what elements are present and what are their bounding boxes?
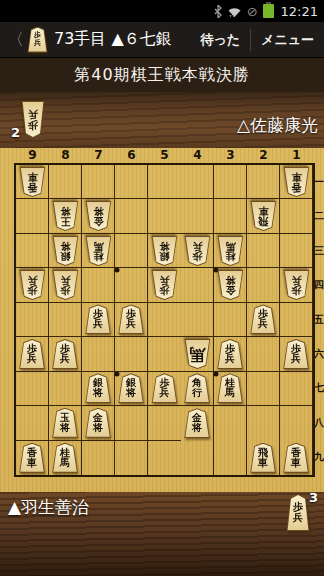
- cell-1-6[interactable]: 歩兵: [280, 337, 313, 371]
- shogi-board-panel: 987654321 一二三四五六七八九 香車香車王将金将飛車銀将桂馬銀将歩兵桂馬…: [0, 148, 324, 492]
- piece-kanji: 香: [291, 182, 301, 192]
- piece-kanji: 兵: [28, 109, 38, 119]
- cell-5-5[interactable]: [148, 303, 181, 337]
- piece-kanji: 兵: [60, 275, 70, 285]
- cell-6-3[interactable]: [115, 234, 148, 268]
- cell-4-4[interactable]: [181, 268, 214, 302]
- cell-6-2[interactable]: [115, 199, 148, 233]
- rank-label-6: 六: [314, 337, 324, 371]
- shogi-piece-sente-香[interactable]: 香車: [19, 443, 46, 473]
- cell-3-1[interactable]: [214, 165, 247, 199]
- cell-2-6[interactable]: [247, 337, 280, 371]
- piece-kanji: 馬: [93, 240, 103, 250]
- cell-2-4[interactable]: [247, 268, 280, 302]
- piece-kanji: 車: [291, 458, 301, 468]
- cell-9-7[interactable]: [16, 372, 49, 406]
- piece-kanji: 兵: [93, 319, 103, 329]
- cell-5-9[interactable]: [148, 441, 181, 475]
- cell-9-2[interactable]: [16, 199, 49, 233]
- sente-area: ▲羽生善治 歩兵 3: [0, 492, 324, 576]
- piece-kanji: 香: [27, 182, 37, 192]
- cell-8-5[interactable]: [49, 303, 82, 337]
- rank-label-4: 四: [314, 268, 324, 302]
- file-label-1: 1: [280, 148, 313, 163]
- piece-kanji: 将: [192, 423, 202, 433]
- cell-7-8[interactable]: 金将: [82, 406, 115, 440]
- piece-kanji: 王: [60, 216, 70, 226]
- shogi-piece-sente-銀[interactable]: 銀将: [118, 373, 145, 403]
- shogi-piece-gote-香[interactable]: 香車: [283, 167, 310, 197]
- move-indicator: 73手目 ▲６七銀: [54, 29, 190, 50]
- rank-label-1: 一: [314, 165, 324, 199]
- cell-1-9[interactable]: 香車: [280, 441, 313, 475]
- cell-4-5[interactable]: [181, 303, 214, 337]
- cell-1-4[interactable]: 歩兵: [280, 268, 313, 302]
- shogi-piece-sente-香[interactable]: 香車: [283, 443, 310, 473]
- cell-8-4[interactable]: 歩兵: [49, 268, 82, 302]
- file-label-7: 7: [82, 148, 115, 163]
- piece-kanji: 馬: [225, 240, 235, 250]
- cell-7-9[interactable]: [82, 441, 115, 475]
- cell-8-6[interactable]: 歩兵: [49, 337, 82, 371]
- shogi-piece-sente-角[interactable]: 角行: [184, 373, 211, 403]
- shogi-piece-gote-金[interactable]: 金将: [217, 270, 244, 300]
- piece-kanji: 将: [225, 275, 235, 285]
- shogi-piece-sente-歩[interactable]: 歩兵: [286, 494, 310, 531]
- piece-kanji: 馬: [225, 388, 235, 398]
- cell-7-5[interactable]: 歩兵: [82, 303, 115, 337]
- piece-kanji: 歩: [28, 120, 38, 130]
- cell-2-2[interactable]: 飛車: [247, 199, 280, 233]
- cell-6-9[interactable]: [115, 441, 148, 475]
- cell-9-1[interactable]: 香車: [16, 165, 49, 199]
- piece-kanji: 歩: [291, 285, 301, 295]
- shogi-piece-gote-歩[interactable]: 歩兵: [283, 270, 310, 300]
- rank-coordinates: 一二三四五六七八九: [314, 165, 324, 475]
- cell-6-5[interactable]: 歩兵: [115, 303, 148, 337]
- piece-kanji: 歩: [27, 285, 37, 295]
- file-label-2: 2: [247, 148, 280, 163]
- cell-5-2[interactable]: [148, 199, 181, 233]
- sente-hand[interactable]: 歩兵 3: [286, 494, 310, 531]
- cell-1-5[interactable]: [280, 303, 313, 337]
- piece-kanji: 車: [27, 172, 37, 182]
- status-bar: ⊘ 12:21: [0, 0, 324, 22]
- cell-5-1[interactable]: [148, 165, 181, 199]
- rank-label-7: 七: [314, 371, 324, 405]
- shogi-piece-gote-桂[interactable]: 桂馬: [217, 236, 244, 266]
- battery-icon: [263, 4, 274, 18]
- shogi-piece-gote-香[interactable]: 香車: [19, 167, 46, 197]
- piece-kanji: 兵: [27, 275, 37, 285]
- cell-3-8[interactable]: [214, 406, 247, 440]
- shogi-piece-gote-歩[interactable]: 歩兵: [151, 270, 178, 300]
- piece-kanji: 将: [60, 240, 70, 250]
- piece-kanji: 車: [291, 172, 301, 182]
- cell-4-3[interactable]: 歩兵: [181, 234, 214, 268]
- file-label-4: 4: [181, 148, 214, 163]
- cell-7-2[interactable]: 金将: [82, 199, 115, 233]
- shogi-piece-sente-金[interactable]: 金将: [85, 408, 112, 438]
- cell-3-3[interactable]: 桂馬: [214, 234, 247, 268]
- piece-kanji: 銀: [160, 251, 170, 261]
- cell-3-9[interactable]: [214, 441, 247, 475]
- shogi-piece-gote-銀[interactable]: 銀将: [151, 236, 178, 266]
- cell-2-5[interactable]: 歩兵: [247, 303, 280, 337]
- file-label-6: 6: [115, 148, 148, 163]
- cell-1-7[interactable]: [280, 372, 313, 406]
- piece-kanji: 兵: [291, 275, 301, 285]
- shogi-piece-gote-馬[interactable]: 馬: [184, 339, 211, 369]
- bluetooth-icon: [214, 5, 222, 18]
- piece-kanji: 歩: [160, 285, 170, 295]
- shogi-piece-sente-歩[interactable]: 歩兵: [52, 339, 79, 369]
- rank-label-3: 三: [314, 234, 324, 268]
- piece-kanji: 将: [160, 240, 170, 250]
- piece-kanji: 兵: [225, 354, 235, 364]
- piece-kanji: 兵: [192, 240, 202, 250]
- piece-kanji: 銀: [60, 251, 70, 261]
- rank-label-2: 二: [314, 199, 324, 233]
- cell-6-6[interactable]: [115, 337, 148, 371]
- gote-area: 歩兵 2 △佐藤康光: [0, 92, 324, 148]
- piece-kanji: 行: [192, 388, 202, 398]
- file-label-5: 5: [148, 148, 181, 163]
- piece-kanji: 兵: [27, 354, 37, 364]
- cell-9-5[interactable]: [16, 303, 49, 337]
- cell-9-9[interactable]: 香車: [16, 441, 49, 475]
- piece-kanji: 将: [93, 423, 103, 433]
- undo-button[interactable]: 待った: [190, 31, 250, 49]
- piece-kanji: 歩: [293, 502, 303, 512]
- cell-8-2[interactable]: 王将: [49, 199, 82, 233]
- cell-8-9[interactable]: 桂馬: [49, 441, 82, 475]
- piece-kanji: 将: [60, 206, 70, 216]
- back-button[interactable]: 〈: [4, 28, 27, 51]
- shogi-piece-gote-桂[interactable]: 桂馬: [85, 236, 112, 266]
- cell-2-8[interactable]: [247, 406, 280, 440]
- piece-kanji: 将: [93, 388, 103, 398]
- shogi-piece-sente-歩[interactable]: 歩兵: [85, 304, 112, 334]
- shogi-piece-sente-歩[interactable]: 歩兵: [250, 304, 277, 334]
- cell-9-8[interactable]: [16, 406, 49, 440]
- piece-kanji: 桂: [225, 251, 235, 261]
- gote-hand-count: 2: [11, 125, 20, 140]
- cell-4-8[interactable]: 金将: [181, 406, 214, 440]
- cell-3-7[interactable]: 桂馬: [214, 372, 247, 406]
- shogi-piece-gote-歩[interactable]: 歩兵: [184, 236, 211, 266]
- cell-7-1[interactable]: [82, 165, 115, 199]
- cell-2-3[interactable]: [247, 234, 280, 268]
- tournament-title: 第40期棋王戦本戦決勝: [74, 65, 249, 86]
- shogi-piece-sente-玉[interactable]: 玉将: [52, 408, 79, 438]
- rank-label-5: 五: [314, 303, 324, 337]
- cell-5-7[interactable]: 歩兵: [148, 372, 181, 406]
- cell-5-4[interactable]: 歩兵: [148, 268, 181, 302]
- cell-4-1[interactable]: [181, 165, 214, 199]
- cell-9-6[interactable]: 歩兵: [16, 337, 49, 371]
- piece-kanji: 馬: [60, 458, 70, 468]
- gote-player-name: △佐藤康光: [237, 114, 318, 137]
- cell-8-3[interactable]: 銀将: [49, 234, 82, 268]
- app-header: 〈 歩兵 73手目 ▲６七銀 待った メニュー: [0, 22, 324, 58]
- gote-hand[interactable]: 歩兵 2: [21, 101, 45, 138]
- menu-button[interactable]: メニュー: [251, 31, 324, 49]
- no-signal-icon: ⊘: [247, 5, 258, 18]
- piece-kanji: 将: [126, 388, 136, 398]
- cell-6-7[interactable]: 銀将: [115, 372, 148, 406]
- shogi-piece-gote-銀[interactable]: 銀将: [52, 236, 79, 266]
- cell-4-7[interactable]: 角行: [181, 372, 214, 406]
- piece-kanji: 兵: [34, 40, 41, 47]
- pawn-piece-icon: 歩兵: [27, 27, 48, 53]
- cell-5-3[interactable]: 銀将: [148, 234, 181, 268]
- shogi-piece-sente-歩[interactable]: 歩兵: [19, 339, 46, 369]
- shogi-piece-gote-歩[interactable]: 歩兵: [52, 270, 79, 300]
- wifi-icon: [227, 5, 242, 18]
- piece-kanji: 兵: [60, 354, 70, 364]
- cell-1-8[interactable]: [280, 406, 313, 440]
- file-label-9: 9: [16, 148, 49, 163]
- piece-kanji: 飛: [258, 216, 268, 226]
- shogi-piece-gote-歩[interactable]: 歩兵: [21, 101, 45, 138]
- shogi-piece-gote-飛[interactable]: 飛車: [250, 201, 277, 231]
- shogi-piece-sente-飛[interactable]: 飛車: [250, 443, 277, 473]
- cell-7-6[interactable]: [82, 337, 115, 371]
- piece-kanji: 馬: [189, 346, 205, 362]
- cell-7-7[interactable]: 銀将: [82, 372, 115, 406]
- cell-5-6[interactable]: [148, 337, 181, 371]
- file-coordinates: 987654321: [16, 148, 313, 163]
- cell-7-4[interactable]: [82, 268, 115, 302]
- piece-kanji: 兵: [126, 319, 136, 329]
- piece-kanji: 金: [225, 285, 235, 295]
- piece-kanji: 歩: [192, 251, 202, 261]
- shogi-piece-gote-金[interactable]: 金将: [85, 201, 112, 231]
- file-label-8: 8: [49, 148, 82, 163]
- rank-label-8: 八: [314, 406, 324, 440]
- shogi-piece-sente-桂[interactable]: 桂馬: [52, 443, 79, 473]
- cell-1-1[interactable]: 香車: [280, 165, 313, 199]
- cell-7-3[interactable]: 桂馬: [82, 234, 115, 268]
- shogi-piece-gote-王[interactable]: 王将: [52, 201, 79, 231]
- cell-3-4[interactable]: 金将: [214, 268, 247, 302]
- piece-kanji: 車: [258, 206, 268, 216]
- shogi-piece-gote-歩[interactable]: 歩兵: [19, 270, 46, 300]
- cell-4-9[interactable]: [181, 441, 214, 475]
- rank-label-9: 九: [314, 440, 324, 474]
- cell-6-8[interactable]: [115, 406, 148, 440]
- cell-6-1[interactable]: [115, 165, 148, 199]
- cell-2-9[interactable]: 飛車: [247, 441, 280, 475]
- cell-4-6[interactable]: 馬: [181, 337, 214, 371]
- cell-1-2[interactable]: [280, 199, 313, 233]
- cell-4-2[interactable]: [181, 199, 214, 233]
- cell-5-8[interactable]: [148, 406, 181, 440]
- piece-kanji: 兵: [291, 354, 301, 364]
- shogi-piece-sente-歩[interactable]: 歩兵: [217, 339, 244, 369]
- shogi-piece-sente-歩[interactable]: 歩兵: [283, 339, 310, 369]
- piece-kanji: 将: [93, 206, 103, 216]
- sente-player-name: ▲羽生善治: [8, 496, 89, 519]
- piece-kanji: 兵: [160, 388, 170, 398]
- piece-kanji: 歩: [60, 285, 70, 295]
- shogi-piece-sente-銀[interactable]: 銀将: [85, 373, 112, 403]
- tournament-title-band: 第40期棋王戦本戦決勝: [0, 58, 324, 92]
- piece-kanji: 桂: [93, 251, 103, 261]
- sente-hand-count: 3: [309, 490, 318, 505]
- file-label-3: 3: [214, 148, 247, 163]
- cell-8-1[interactable]: [49, 165, 82, 199]
- cell-1-3[interactable]: [280, 234, 313, 268]
- shogi-piece-sente-歩[interactable]: 歩兵: [27, 27, 48, 53]
- piece-kanji: 兵: [258, 319, 268, 329]
- shogi-piece-sente-歩[interactable]: 歩兵: [118, 304, 145, 334]
- piece-kanji: 兵: [293, 513, 303, 523]
- shogi-piece-sente-歩[interactable]: 歩兵: [151, 373, 178, 403]
- cell-9-4[interactable]: 歩兵: [16, 268, 49, 302]
- cell-9-3[interactable]: [16, 234, 49, 268]
- cell-2-1[interactable]: [247, 165, 280, 199]
- cell-6-4[interactable]: [115, 268, 148, 302]
- cell-3-5[interactable]: [214, 303, 247, 337]
- shogi-board-grid: 香車香車王将金将飛車銀将桂馬銀将歩兵桂馬歩兵歩兵歩兵金将歩兵歩兵歩兵歩兵歩兵歩兵…: [14, 163, 315, 477]
- star-point: [115, 268, 120, 273]
- cell-3-2[interactable]: [214, 199, 247, 233]
- cell-2-7[interactable]: [247, 372, 280, 406]
- cell-3-6[interactable]: 歩兵: [214, 337, 247, 371]
- shogi-piece-sente-桂[interactable]: 桂馬: [217, 373, 244, 403]
- piece-kanji: 車: [27, 458, 37, 468]
- cell-8-8[interactable]: 玉将: [49, 406, 82, 440]
- piece-kanji: 将: [60, 423, 70, 433]
- shogi-piece-sente-金[interactable]: 金将: [184, 408, 211, 438]
- piece-kanji: 金: [93, 216, 103, 226]
- cell-8-7[interactable]: [49, 372, 82, 406]
- piece-kanji: 車: [258, 458, 268, 468]
- piece-kanji: 兵: [160, 275, 170, 285]
- status-clock: 12:21: [281, 4, 318, 19]
